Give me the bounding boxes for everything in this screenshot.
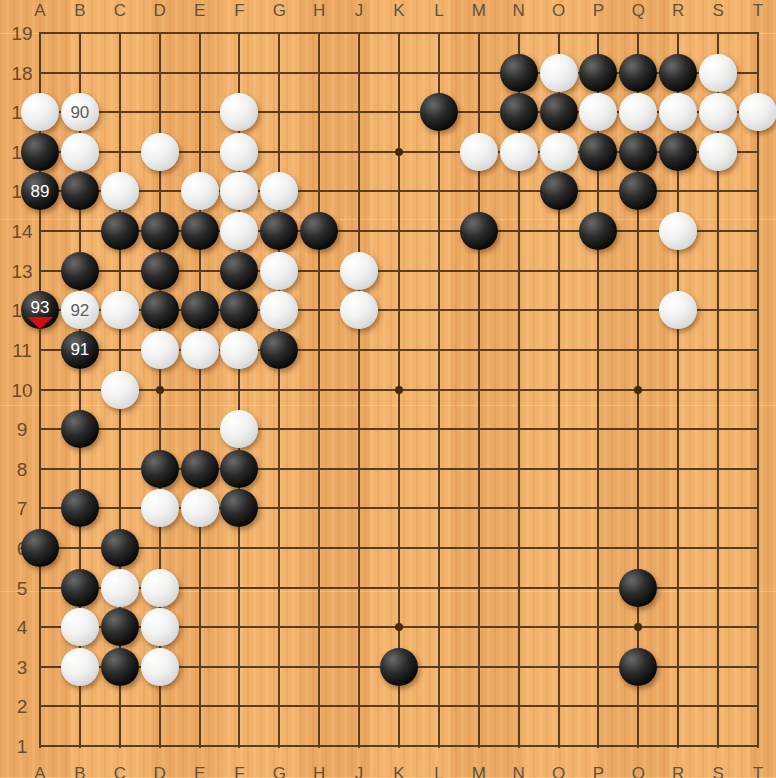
stone-black-B9[interactable] (61, 410, 99, 448)
stone-white-P17[interactable] (579, 93, 617, 131)
stone-black-C6[interactable] (101, 529, 139, 567)
row-label: 13 (11, 261, 32, 280)
column-label-bottom: A (34, 765, 45, 778)
stone-black-P18[interactable] (579, 54, 617, 92)
stone-black-F7[interactable] (220, 489, 258, 527)
move-number: 92 (70, 302, 89, 319)
column-label-top: N (513, 2, 525, 19)
stone-black-N18[interactable] (500, 54, 538, 92)
row-label: 18 (11, 63, 32, 82)
column-label-top: G (273, 2, 286, 19)
stone-white-R14[interactable] (659, 212, 697, 250)
stone-white-B12[interactable]: 92 (61, 291, 99, 329)
board-line (318, 33, 320, 748)
column-label-bottom: O (552, 765, 565, 778)
stone-white-R17[interactable] (659, 93, 697, 131)
stone-white-S18[interactable] (699, 54, 737, 92)
stone-black-Q15[interactable] (619, 172, 657, 210)
stone-white-M16[interactable] (460, 133, 498, 171)
row-label: 11 (12, 340, 32, 359)
stone-white-G15[interactable] (260, 172, 298, 210)
column-label-bottom: H (313, 765, 325, 778)
row-label: 19 (11, 24, 32, 43)
stone-black-L17[interactable] (420, 93, 458, 131)
column-label-top: A (34, 2, 45, 19)
stone-white-S16[interactable] (699, 133, 737, 171)
column-label-bottom: R (672, 765, 684, 778)
board-line (39, 547, 759, 549)
stone-white-B17[interactable]: 90 (61, 93, 99, 131)
move-number: 93 (31, 299, 50, 316)
star-point (634, 386, 642, 394)
stone-white-C15[interactable] (101, 172, 139, 210)
stone-white-F11[interactable] (220, 331, 258, 369)
stone-white-B16[interactable] (61, 133, 99, 171)
stone-white-D16[interactable] (141, 133, 179, 171)
last-move-marker (27, 317, 53, 329)
column-label-top: K (393, 2, 404, 19)
column-label-bottom: N (513, 765, 525, 778)
column-label-top: R (672, 2, 684, 19)
stone-white-B3[interactable] (61, 648, 99, 686)
stone-white-D5[interactable] (141, 569, 179, 607)
stone-black-B7[interactable] (61, 489, 99, 527)
row-label: 14 (11, 222, 32, 241)
stone-white-O18[interactable] (540, 54, 578, 92)
stone-black-B11[interactable]: 91 (61, 331, 99, 369)
move-number: 90 (70, 104, 89, 121)
row-label: 4 (17, 618, 28, 637)
stone-white-F14[interactable] (220, 212, 258, 250)
column-label-top: O (552, 2, 565, 19)
stone-black-D14[interactable] (141, 212, 179, 250)
column-label-top: J (355, 2, 364, 19)
stone-black-Q18[interactable] (619, 54, 657, 92)
stone-black-D12[interactable] (141, 291, 179, 329)
column-label-bottom: L (434, 765, 443, 778)
column-label-top: E (194, 2, 205, 19)
stone-white-D3[interactable] (141, 648, 179, 686)
stone-black-G11[interactable] (260, 331, 298, 369)
stone-black-E12[interactable] (181, 291, 219, 329)
stone-black-A12[interactable]: 93 (21, 291, 59, 329)
row-label: 9 (17, 420, 28, 439)
column-label-bottom: B (74, 765, 85, 778)
row-label: 5 (17, 578, 28, 597)
stone-black-A15[interactable]: 89 (21, 172, 59, 210)
move-number: 89 (31, 183, 50, 200)
stone-black-R18[interactable] (659, 54, 697, 92)
stone-black-P16[interactable] (579, 133, 617, 171)
stone-black-P14[interactable] (579, 212, 617, 250)
board-line (39, 32, 759, 34)
stone-white-R12[interactable] (659, 291, 697, 329)
stone-black-G14[interactable] (260, 212, 298, 250)
column-label-bottom: M (472, 765, 486, 778)
row-label: 8 (17, 459, 28, 478)
board-line (39, 705, 759, 707)
column-label-top: D (154, 2, 166, 19)
star-point (634, 623, 642, 631)
column-label-top: L (434, 2, 443, 19)
star-point (395, 148, 403, 156)
column-label-bottom: Q (632, 765, 645, 778)
row-label: 7 (17, 499, 28, 518)
stone-white-J13[interactable] (340, 252, 378, 290)
board-line (39, 428, 759, 430)
column-label-bottom: C (114, 765, 126, 778)
stone-black-C3[interactable] (101, 648, 139, 686)
board-line (438, 33, 440, 748)
go-board[interactable]: AABBCCDDEEFFGGHHJJKKLLMMNNOOPPQQRRSSTT19… (0, 0, 776, 778)
stone-white-N16[interactable] (500, 133, 538, 171)
stone-white-S17[interactable] (699, 93, 737, 131)
stone-black-M14[interactable] (460, 212, 498, 250)
stone-white-D7[interactable] (141, 489, 179, 527)
stone-black-B5[interactable] (61, 569, 99, 607)
stone-black-A6[interactable] (21, 529, 59, 567)
stone-black-A16[interactable] (21, 133, 59, 171)
stone-white-C10[interactable] (101, 371, 139, 409)
stone-black-F12[interactable] (220, 291, 258, 329)
stone-black-E8[interactable] (181, 450, 219, 488)
stone-white-T17[interactable] (739, 93, 776, 131)
stone-black-K3[interactable] (380, 648, 418, 686)
column-label-bottom: F (234, 765, 244, 778)
stone-white-O16[interactable] (540, 133, 578, 171)
stone-black-Q16[interactable] (619, 133, 657, 171)
column-label-bottom: S (712, 765, 723, 778)
column-label-bottom: D (154, 765, 166, 778)
column-label-bottom: T (753, 765, 763, 778)
column-label-bottom: E (194, 765, 205, 778)
stone-white-A17[interactable] (21, 93, 59, 131)
stone-black-N17[interactable] (500, 93, 538, 131)
stone-white-F9[interactable] (220, 410, 258, 448)
stone-black-F13[interactable] (220, 252, 258, 290)
stone-black-B15[interactable] (61, 172, 99, 210)
column-label-top: F (234, 2, 244, 19)
stone-black-R16[interactable] (659, 133, 697, 171)
column-label-top: T (753, 2, 763, 19)
column-label-top: Q (632, 2, 645, 19)
board-line (278, 33, 280, 748)
stone-black-F8[interactable] (220, 450, 258, 488)
move-number: 91 (70, 341, 89, 358)
row-label: 3 (17, 657, 28, 676)
column-label-top: C (114, 2, 126, 19)
board-line (199, 33, 201, 748)
stone-white-B4[interactable] (61, 608, 99, 646)
stone-black-O15[interactable] (540, 172, 578, 210)
column-label-bottom: K (393, 765, 404, 778)
star-point (156, 386, 164, 394)
stone-black-Q3[interactable] (619, 648, 657, 686)
stone-white-Q17[interactable] (619, 93, 657, 131)
stone-white-E15[interactable] (181, 172, 219, 210)
stone-white-D4[interactable] (141, 608, 179, 646)
column-label-top: P (593, 2, 604, 19)
stone-black-E14[interactable] (181, 212, 219, 250)
stone-white-J12[interactable] (340, 291, 378, 329)
stone-white-E7[interactable] (181, 489, 219, 527)
column-label-top: S (712, 2, 723, 19)
stone-white-F17[interactable] (220, 93, 258, 131)
row-label: 2 (17, 697, 28, 716)
stone-black-O17[interactable] (540, 93, 578, 131)
stone-white-F15[interactable] (220, 172, 258, 210)
stone-black-Q5[interactable] (619, 569, 657, 607)
column-label-bottom: J (355, 765, 364, 778)
stone-black-C4[interactable] (101, 608, 139, 646)
stone-white-C5[interactable] (101, 569, 139, 607)
star-point (395, 623, 403, 631)
stone-black-H14[interactable] (300, 212, 338, 250)
stone-black-D13[interactable] (141, 252, 179, 290)
board-line (757, 33, 759, 748)
board-line (39, 745, 759, 747)
board-line (358, 33, 360, 748)
stone-black-B13[interactable] (61, 252, 99, 290)
stone-white-E11[interactable] (181, 331, 219, 369)
stone-white-D11[interactable] (141, 331, 179, 369)
column-label-top: H (313, 2, 325, 19)
row-label: 10 (11, 380, 32, 399)
star-point (395, 386, 403, 394)
stone-black-C14[interactable] (101, 212, 139, 250)
stone-white-G13[interactable] (260, 252, 298, 290)
stone-white-F16[interactable] (220, 133, 258, 171)
column-label-top: M (472, 2, 486, 19)
stone-black-D8[interactable] (141, 450, 179, 488)
column-label-bottom: P (593, 765, 604, 778)
column-label-top: B (74, 2, 85, 19)
stone-white-C12[interactable] (101, 291, 139, 329)
stone-white-G12[interactable] (260, 291, 298, 329)
row-label: 1 (17, 737, 28, 756)
column-label-bottom: G (273, 765, 286, 778)
